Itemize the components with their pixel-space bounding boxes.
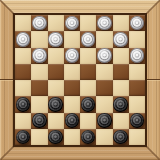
square-a5[interactable] [15, 64, 31, 80]
black-checker[interactable]: ⛂ [32, 113, 47, 128]
black-man-glyph: ⛂ [35, 115, 44, 126]
square-d6[interactable]: ⛀ [64, 48, 80, 64]
black-checker[interactable]: ⛂ [48, 97, 63, 112]
black-man-glyph: ⛂ [116, 99, 125, 110]
square-h6[interactable]: ⛀ [129, 48, 145, 64]
square-c7[interactable]: ⛀ [48, 31, 64, 47]
black-checker[interactable]: ⛂ [81, 130, 96, 145]
white-man-glyph: ⛀ [100, 18, 109, 29]
square-a7[interactable]: ⛀ [15, 31, 31, 47]
square-a4[interactable] [15, 80, 31, 96]
square-f2[interactable]: ⛂ [96, 113, 112, 129]
white-man-glyph: ⛀ [132, 18, 141, 29]
square-b7[interactable] [31, 31, 47, 47]
black-man-glyph: ⛂ [19, 99, 28, 110]
square-a6[interactable] [15, 48, 31, 64]
white-checker[interactable]: ⛀ [65, 48, 80, 63]
black-man-glyph: ⛂ [100, 115, 109, 126]
square-h8[interactable]: ⛀ [129, 15, 145, 31]
square-f4[interactable] [96, 80, 112, 96]
square-h1[interactable] [129, 129, 145, 145]
white-checker[interactable]: ⛀ [48, 32, 63, 47]
square-g3[interactable]: ⛂ [113, 96, 129, 112]
square-a8[interactable] [15, 15, 31, 31]
white-man-glyph: ⛀ [51, 34, 60, 45]
square-b2[interactable]: ⛂ [31, 113, 47, 129]
square-f8[interactable]: ⛀ [96, 15, 112, 31]
square-c2[interactable] [48, 113, 64, 129]
white-checker[interactable]: ⛀ [97, 48, 112, 63]
black-checker[interactable]: ⛂ [16, 130, 31, 145]
square-f5[interactable] [96, 64, 112, 80]
square-e4[interactable] [80, 80, 96, 96]
square-g6[interactable] [113, 48, 129, 64]
square-d8[interactable]: ⛀ [64, 15, 80, 31]
square-b6[interactable]: ⛀ [31, 48, 47, 64]
black-man-glyph: ⛂ [51, 131, 60, 142]
white-checker[interactable]: ⛀ [97, 16, 112, 31]
black-checker[interactable]: ⛂ [130, 113, 145, 128]
square-f3[interactable] [96, 96, 112, 112]
square-g4[interactable] [113, 80, 129, 96]
square-g7[interactable]: ⛀ [113, 31, 129, 47]
white-checker[interactable]: ⛀ [81, 32, 96, 47]
black-checker[interactable]: ⛂ [65, 113, 80, 128]
square-d2[interactable]: ⛂ [64, 113, 80, 129]
black-man-glyph: ⛂ [116, 131, 125, 142]
black-man-glyph: ⛂ [84, 131, 93, 142]
white-checker[interactable]: ⛀ [113, 32, 128, 47]
square-e1[interactable]: ⛂ [80, 129, 96, 145]
black-man-glyph: ⛂ [132, 115, 141, 126]
square-f1[interactable] [96, 129, 112, 145]
white-man-glyph: ⛀ [100, 50, 109, 61]
square-b1[interactable] [31, 129, 47, 145]
square-c1[interactable]: ⛂ [48, 129, 64, 145]
black-checker[interactable]: ⛂ [113, 97, 128, 112]
checkers-board: ⛀⛀⛀⛀⛀⛀⛀⛀⛀⛀⛀⛀⛂⛂⛂⛂⛂⛂⛂⛂⛂⛂⛂⛂ [15, 15, 145, 145]
square-e6[interactable] [80, 48, 96, 64]
white-man-glyph: ⛀ [35, 18, 44, 29]
square-c5[interactable] [48, 64, 64, 80]
black-checker[interactable]: ⛂ [16, 97, 31, 112]
square-h5[interactable] [129, 64, 145, 80]
checkers-game-window: ⛀⛀⛀⛀⛀⛀⛀⛀⛀⛀⛀⛀⛂⛂⛂⛂⛂⛂⛂⛂⛂⛂⛂⛂ [0, 0, 160, 160]
square-a2[interactable] [15, 113, 31, 129]
white-checker[interactable]: ⛀ [32, 16, 47, 31]
square-c6[interactable] [48, 48, 64, 64]
square-f7[interactable] [96, 31, 112, 47]
square-b4[interactable] [31, 80, 47, 96]
square-e5[interactable] [80, 64, 96, 80]
square-h7[interactable] [129, 31, 145, 47]
square-h2[interactable]: ⛂ [129, 113, 145, 129]
square-c3[interactable]: ⛂ [48, 96, 64, 112]
white-man-glyph: ⛀ [67, 18, 76, 29]
white-man-glyph: ⛀ [116, 34, 125, 45]
black-man-glyph: ⛂ [67, 115, 76, 126]
white-checker[interactable]: ⛀ [130, 16, 145, 31]
board-hinge-seam-right [145, 79, 160, 81]
black-man-glyph: ⛂ [19, 131, 28, 142]
white-checker[interactable]: ⛀ [65, 16, 80, 31]
white-checker[interactable]: ⛀ [130, 48, 145, 63]
white-man-glyph: ⛀ [67, 50, 76, 61]
square-b8[interactable]: ⛀ [31, 15, 47, 31]
square-d5[interactable] [64, 64, 80, 80]
white-checker[interactable]: ⛀ [16, 32, 31, 47]
black-checker[interactable]: ⛂ [48, 130, 63, 145]
square-g8[interactable] [113, 15, 129, 31]
square-g5[interactable] [113, 64, 129, 80]
square-a3[interactable]: ⛂ [15, 96, 31, 112]
black-man-glyph: ⛂ [84, 99, 93, 110]
white-checker[interactable]: ⛀ [32, 48, 47, 63]
black-checker[interactable]: ⛂ [113, 130, 128, 145]
square-b5[interactable] [31, 64, 47, 80]
square-g2[interactable] [113, 113, 129, 129]
white-man-glyph: ⛀ [84, 34, 93, 45]
square-b3[interactable] [31, 96, 47, 112]
square-e2[interactable] [80, 113, 96, 129]
square-c4[interactable] [48, 80, 64, 96]
white-man-glyph: ⛀ [19, 34, 28, 45]
white-man-glyph: ⛀ [132, 50, 141, 61]
square-e3[interactable]: ⛂ [80, 96, 96, 112]
square-e7[interactable]: ⛀ [80, 31, 96, 47]
black-checker[interactable]: ⛂ [81, 97, 96, 112]
square-d1[interactable] [64, 129, 80, 145]
square-e8[interactable] [80, 15, 96, 31]
square-c8[interactable] [48, 15, 64, 31]
square-d3[interactable] [64, 96, 80, 112]
square-d4[interactable] [64, 80, 80, 96]
black-checker[interactable]: ⛂ [97, 113, 112, 128]
square-f6[interactable]: ⛀ [96, 48, 112, 64]
white-man-glyph: ⛀ [35, 50, 44, 61]
square-d7[interactable] [64, 31, 80, 47]
black-man-glyph: ⛂ [51, 99, 60, 110]
square-h4[interactable] [129, 80, 145, 96]
square-h3[interactable] [129, 96, 145, 112]
square-a1[interactable]: ⛂ [15, 129, 31, 145]
square-g1[interactable]: ⛂ [113, 129, 129, 145]
